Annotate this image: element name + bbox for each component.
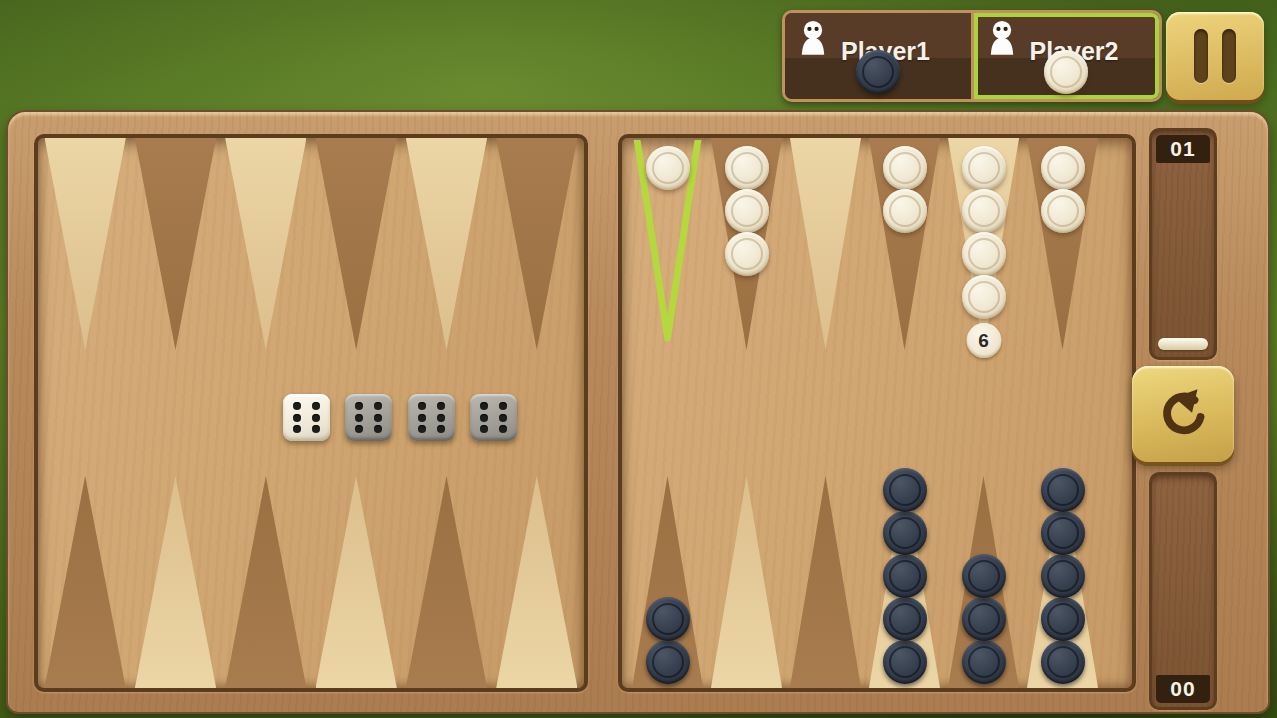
black-checker[interactable] <box>883 597 927 641</box>
point-triangle <box>135 476 216 688</box>
die-pip <box>355 402 363 410</box>
point-bottom_left-3[interactable] <box>221 476 311 688</box>
point-top_right-1[interactable] <box>628 138 707 350</box>
die-pip <box>499 402 507 410</box>
white-checker[interactable] <box>725 189 769 233</box>
point-bottom_right-6[interactable] <box>1023 476 1102 688</box>
point-top_left-2[interactable] <box>130 138 220 350</box>
black-bearoff-count: 00 <box>1156 675 1210 703</box>
black-checker[interactable] <box>1041 640 1085 684</box>
black-checker[interactable] <box>646 597 690 641</box>
point-triangle <box>45 138 126 350</box>
white-bearoff-tray: 01 <box>1149 128 1217 360</box>
black-checker[interactable] <box>883 511 927 555</box>
black-checker[interactable] <box>1041 511 1085 555</box>
player1-panel[interactable]: Player1 <box>785 13 974 99</box>
point-bottom_right-3[interactable] <box>786 476 865 688</box>
undo-icon <box>1154 385 1212 443</box>
die-pip <box>437 425 445 433</box>
die-pip <box>374 425 382 433</box>
person-icon <box>798 20 828 58</box>
white-checker[interactable] <box>1041 189 1085 233</box>
point-bottom_left-1[interactable] <box>40 476 130 688</box>
quadrant-top-right: 6 <box>628 138 1102 350</box>
point-triangle <box>316 476 397 688</box>
point-bottom_left-5[interactable] <box>401 476 491 688</box>
point-top_left-5[interactable] <box>401 138 491 350</box>
point-triangle <box>711 476 782 688</box>
white-checker[interactable] <box>725 146 769 190</box>
black-checker[interactable] <box>646 640 690 684</box>
die-6-used[interactable] <box>345 394 392 441</box>
point-bottom_right-2[interactable] <box>707 476 786 688</box>
point-triangle <box>225 476 306 688</box>
point-top_right-2[interactable] <box>707 138 786 350</box>
point-top_right-6[interactable] <box>1023 138 1102 350</box>
die-pip <box>293 425 301 433</box>
die-pip <box>355 414 363 422</box>
quadrant-bottom-left <box>40 476 582 688</box>
game-screen: Player1 Player2 6 01 <box>0 0 1277 718</box>
white-checker[interactable] <box>962 275 1006 319</box>
die-pip <box>312 425 320 433</box>
die-6-used[interactable] <box>470 394 517 441</box>
point-bottom_left-2[interactable] <box>130 476 220 688</box>
white-checker[interactable] <box>1041 146 1085 190</box>
die-pip <box>418 425 426 433</box>
black-checker[interactable] <box>1041 554 1085 598</box>
black-checker[interactable] <box>883 640 927 684</box>
pause-icon <box>1222 29 1236 83</box>
die-pip <box>418 402 426 410</box>
point-triangle <box>496 476 577 688</box>
point-top_left-6[interactable] <box>492 138 582 350</box>
dice-row <box>283 394 523 442</box>
point-bottom_right-1[interactable] <box>628 476 707 688</box>
point-bottom_left-6[interactable] <box>492 476 582 688</box>
point-triangle <box>406 138 487 350</box>
white-checker[interactable] <box>962 189 1006 233</box>
point-triangle <box>790 476 861 688</box>
backgammon-board: 6 01 00 <box>8 112 1268 712</box>
die-pip <box>437 402 445 410</box>
point-top_left-3[interactable] <box>221 138 311 350</box>
black-checker[interactable] <box>1041 468 1085 512</box>
black-checker[interactable] <box>962 597 1006 641</box>
die-pip <box>499 414 507 422</box>
point-top_left-4[interactable] <box>311 138 401 350</box>
point-triangle <box>316 138 397 350</box>
pause-icon <box>1194 29 1208 83</box>
white-checker[interactable] <box>883 189 927 233</box>
black-checker[interactable] <box>1041 597 1085 641</box>
black-checker[interactable] <box>883 468 927 512</box>
undo-button[interactable] <box>1132 366 1234 462</box>
stack-count-badge: 6 <box>966 323 1001 358</box>
die-pip <box>480 402 488 410</box>
pause-button[interactable] <box>1166 12 1264 100</box>
player2-panel[interactable]: Player2 <box>974 13 1160 99</box>
black-checker[interactable] <box>883 554 927 598</box>
point-triangle <box>225 138 306 350</box>
die-pip <box>480 425 488 433</box>
point-bottom_left-4[interactable] <box>311 476 401 688</box>
point-triangle <box>45 476 126 688</box>
white-checker[interactable] <box>646 146 690 190</box>
point-bottom_right-5[interactable] <box>944 476 1023 688</box>
quadrant-top-left <box>40 138 582 350</box>
point-triangle <box>790 138 861 350</box>
die-pip <box>418 414 426 422</box>
point-top_right-3[interactable] <box>786 138 865 350</box>
die-pip <box>355 425 363 433</box>
die-pip <box>374 402 382 410</box>
die-pip <box>437 414 445 422</box>
point-triangle <box>496 138 577 350</box>
point-triangle <box>135 138 216 350</box>
white-bearoff-count: 01 <box>1156 135 1210 163</box>
die-pip <box>312 402 320 410</box>
die-pip <box>499 425 507 433</box>
home-board-panel: 6 <box>618 134 1136 692</box>
die-6-used[interactable] <box>408 394 455 441</box>
white-checker[interactable] <box>962 232 1006 276</box>
black-bearoff-tray: 00 <box>1149 472 1217 710</box>
die-pip <box>293 414 301 422</box>
white-checker[interactable] <box>725 232 769 276</box>
black-checker[interactable] <box>962 554 1006 598</box>
player2-checker-icon <box>1044 50 1088 94</box>
die-6-active[interactable] <box>283 394 330 441</box>
die-pip <box>312 414 320 422</box>
white-checker[interactable] <box>962 146 1006 190</box>
quadrant-bottom-right <box>628 476 1102 688</box>
point-top_right-5[interactable]: 6 <box>944 138 1023 350</box>
player1-checker-icon <box>856 50 900 94</box>
black-checker[interactable] <box>962 640 1006 684</box>
point-bottom_right-4[interactable] <box>865 476 944 688</box>
point-triangle <box>406 476 487 688</box>
person-icon <box>987 20 1017 58</box>
point-top_left-1[interactable] <box>40 138 130 350</box>
white-checker[interactable] <box>883 146 927 190</box>
die-pip <box>293 402 301 410</box>
players-panel: Player1 Player2 <box>782 10 1162 102</box>
point-top_right-4[interactable] <box>865 138 944 350</box>
die-pip <box>374 414 382 422</box>
die-pip <box>480 414 488 422</box>
borne-off-checker <box>1158 338 1208 350</box>
